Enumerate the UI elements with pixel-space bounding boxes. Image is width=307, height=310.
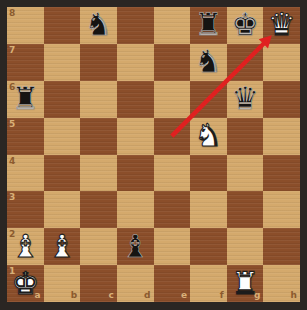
square-c4[interactable] (80, 155, 117, 192)
file-label-f: f (220, 291, 224, 300)
square-d6[interactable] (117, 81, 154, 118)
square-e4[interactable] (154, 155, 191, 192)
square-c7[interactable] (80, 44, 117, 81)
square-h5[interactable] (263, 118, 300, 155)
square-h7[interactable] (263, 44, 300, 81)
square-e7[interactable] (154, 44, 191, 81)
square-b3[interactable] (44, 191, 81, 228)
square-c5[interactable] (80, 118, 117, 155)
square-a7[interactable]: 7 (7, 44, 44, 81)
square-h2[interactable] (263, 228, 300, 265)
square-f6[interactable] (190, 81, 227, 118)
rank-label-8: 8 (9, 9, 15, 18)
file-label-e: e (181, 291, 187, 300)
square-e1[interactable]: e (154, 265, 191, 302)
piece-white-bishop[interactable]: ♝ (11, 231, 39, 263)
square-g7[interactable] (227, 44, 264, 81)
square-d4[interactable] (117, 155, 154, 192)
file-label-c: c (109, 291, 114, 300)
square-e8[interactable] (154, 7, 191, 44)
rank-label-4: 4 (9, 157, 15, 166)
piece-black-rook[interactable]: ♜ (195, 9, 223, 41)
square-c3[interactable] (80, 191, 117, 228)
piece-white-king[interactable]: ♚ (11, 268, 39, 300)
square-a1[interactable]: 1a♚ (7, 265, 44, 302)
square-h6[interactable] (263, 81, 300, 118)
square-h1[interactable]: h (263, 265, 300, 302)
square-g3[interactable] (227, 191, 264, 228)
square-e6[interactable] (154, 81, 191, 118)
square-f5[interactable]: ♞ (190, 118, 227, 155)
square-e3[interactable] (154, 191, 191, 228)
square-b1[interactable]: b (44, 265, 81, 302)
square-a4[interactable]: 4 (7, 155, 44, 192)
square-g1[interactable]: g♜ (227, 265, 264, 302)
square-b7[interactable] (44, 44, 81, 81)
rank-label-3: 3 (9, 193, 15, 202)
square-h4[interactable] (263, 155, 300, 192)
square-g6[interactable]: ♛ (227, 81, 264, 118)
square-b4[interactable] (44, 155, 81, 192)
file-label-b: b (71, 291, 77, 300)
square-d8[interactable] (117, 7, 154, 44)
square-c8[interactable]: ♞ (80, 7, 117, 44)
rank-label-5: 5 (9, 120, 15, 129)
chess-board: 8♞♜♚♛7♞6♜♛5♞432♝♝♝1a♚bcdefg♜h (7, 7, 300, 302)
square-g4[interactable] (227, 155, 264, 192)
square-e2[interactable] (154, 228, 191, 265)
rank-label-7: 7 (9, 46, 15, 55)
piece-white-bishop[interactable]: ♝ (48, 231, 76, 263)
piece-black-queen[interactable]: ♛ (231, 83, 259, 115)
square-d2[interactable]: ♝ (117, 228, 154, 265)
square-f2[interactable] (190, 228, 227, 265)
piece-black-king[interactable]: ♚ (231, 9, 259, 41)
board-frame: 8♞♜♚♛7♞6♜♛5♞432♝♝♝1a♚bcdefg♜h (0, 0, 307, 310)
square-a5[interactable]: 5 (7, 118, 44, 155)
piece-black-rook[interactable]: ♜ (11, 83, 39, 115)
square-d5[interactable] (117, 118, 154, 155)
square-f1[interactable]: f (190, 265, 227, 302)
square-f7[interactable]: ♞ (190, 44, 227, 81)
square-f8[interactable]: ♜ (190, 7, 227, 44)
square-f3[interactable] (190, 191, 227, 228)
piece-white-queen[interactable]: ♛ (268, 9, 296, 41)
square-a3[interactable]: 3 (7, 191, 44, 228)
square-h3[interactable] (263, 191, 300, 228)
piece-black-knight[interactable]: ♞ (195, 46, 223, 78)
square-a8[interactable]: 8 (7, 7, 44, 44)
square-a2[interactable]: 2♝ (7, 228, 44, 265)
square-b5[interactable] (44, 118, 81, 155)
file-label-h: h (291, 291, 297, 300)
square-c2[interactable] (80, 228, 117, 265)
square-b8[interactable] (44, 7, 81, 44)
square-c6[interactable] (80, 81, 117, 118)
square-g5[interactable] (227, 118, 264, 155)
piece-black-knight[interactable]: ♞ (85, 9, 113, 41)
square-g8[interactable]: ♚ (227, 7, 264, 44)
square-e5[interactable] (154, 118, 191, 155)
square-d1[interactable]: d (117, 265, 154, 302)
square-a6[interactable]: 6♜ (7, 81, 44, 118)
square-d3[interactable] (117, 191, 154, 228)
square-f4[interactable] (190, 155, 227, 192)
square-d7[interactable] (117, 44, 154, 81)
square-c1[interactable]: c (80, 265, 117, 302)
square-g2[interactable] (227, 228, 264, 265)
file-label-d: d (144, 291, 150, 300)
piece-black-bishop[interactable]: ♝ (121, 231, 149, 263)
piece-white-rook[interactable]: ♜ (231, 268, 259, 300)
piece-white-knight[interactable]: ♞ (195, 120, 223, 152)
square-b2[interactable]: ♝ (44, 228, 81, 265)
square-b6[interactable] (44, 81, 81, 118)
square-h8[interactable]: ♛ (263, 7, 300, 44)
